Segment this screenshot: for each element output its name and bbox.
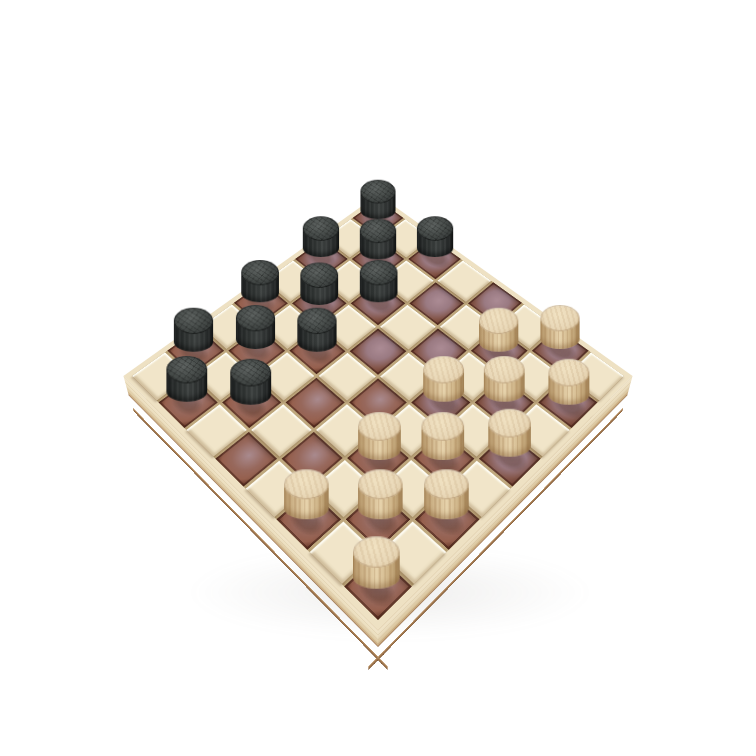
checker-top-face	[231, 359, 272, 387]
checker-disc	[540, 305, 579, 349]
checker-disc	[421, 412, 464, 460]
checker-disc	[483, 356, 524, 402]
checker-disc	[231, 359, 272, 405]
checker-top-face	[479, 308, 518, 334]
checker-top-face	[284, 469, 328, 499]
checker-disc	[167, 356, 208, 402]
checker-disc	[353, 536, 400, 589]
checker-top-face	[540, 305, 579, 331]
checker-disc	[358, 469, 402, 519]
checker-top-face	[548, 359, 589, 387]
checker-disc	[360, 180, 395, 219]
checker-top-face	[488, 409, 531, 438]
board-3d	[123, 194, 632, 630]
checker-top-face	[483, 356, 524, 384]
checker-disc	[360, 219, 396, 260]
checker-disc	[298, 308, 337, 352]
checker-disc	[284, 469, 328, 519]
checker-disc	[423, 356, 464, 402]
checker-disc	[360, 260, 398, 302]
checker-disc	[548, 359, 589, 405]
checker-top-face	[423, 356, 464, 384]
checker-disc	[417, 217, 453, 258]
checker-top-face	[358, 469, 402, 499]
checker-top-face	[421, 412, 464, 441]
checker-disc	[479, 308, 518, 352]
checker-disc	[236, 305, 275, 349]
checker-disc	[301, 263, 339, 305]
checker-top-face	[358, 412, 401, 441]
checker-top-face	[424, 469, 468, 499]
checkers-board	[123, 194, 632, 630]
checker-disc	[358, 412, 401, 460]
checker-top-face	[353, 536, 400, 568]
checkers-set-photo	[0, 0, 756, 756]
checker-disc	[242, 260, 280, 302]
checker-disc	[488, 409, 531, 457]
checker-disc	[424, 469, 468, 519]
scene	[0, 0, 756, 756]
checker-disc	[303, 217, 339, 258]
checker-top-face	[298, 308, 337, 334]
checker-disc	[174, 308, 213, 352]
checker-top-face	[360, 260, 398, 285]
